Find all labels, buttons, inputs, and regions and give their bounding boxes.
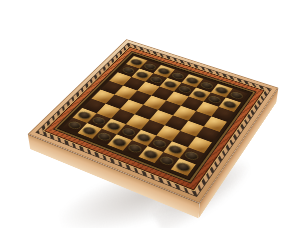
chess-piece-glyph: ♟ xyxy=(122,57,135,71)
chess-piece-glyph: ♜ xyxy=(174,147,193,168)
chess-piece-glyph: ♟ xyxy=(150,66,163,80)
chess-piece-glyph: ♟ xyxy=(208,85,221,100)
photo-canvas: ♜♞♝♛♚♝♞♜♟♟♟♟♟♟♟♟♟♟♟♟♟♟♟♟♜♞♝♛♚♝♞♜ xyxy=(0,0,290,228)
chess-piece-glyph: ♟ xyxy=(136,62,149,76)
chess-piece-glyph: ♟ xyxy=(193,80,206,95)
chess-piece-glyph: ♟ xyxy=(164,71,177,85)
chess-piece-glyph: ♟ xyxy=(179,76,192,90)
chess-piece-glyph: ♟ xyxy=(223,90,236,105)
